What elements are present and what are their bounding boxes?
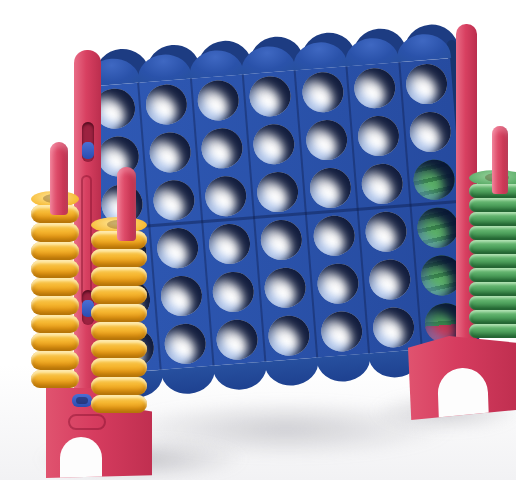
board-hole: [144, 83, 188, 126]
green-disc: [469, 296, 516, 310]
board-hole: [260, 218, 304, 261]
green-disc: [469, 268, 516, 282]
board-hole: [267, 314, 311, 357]
board-cell-r6c2: [158, 318, 212, 370]
board-hole: [320, 310, 364, 353]
green-disc: [469, 254, 516, 268]
board-cell-r5c4: [259, 262, 313, 314]
green-disc-stack[interactable]: [469, 177, 516, 339]
board-hole: [208, 222, 252, 265]
board-hole: [212, 270, 256, 313]
board-hole: [196, 79, 240, 122]
yellow-disc: [31, 223, 79, 241]
board-hole: [215, 318, 259, 361]
green-disc: [469, 212, 516, 226]
board-cell-r4c6: [359, 206, 413, 258]
board-cell-r1c5: [296, 66, 350, 118]
yellow-disc: [91, 340, 147, 358]
yellow-disc: [31, 242, 79, 260]
yellow-disc: [31, 315, 79, 333]
board-cell-r6c3: [210, 314, 264, 366]
board-hole: [200, 127, 244, 170]
board-cell-r2c7: [404, 106, 458, 158]
board-cell-r1c4: [244, 70, 298, 122]
board-cell-r4c5: [307, 210, 361, 262]
board-hole: [148, 131, 192, 174]
yellow-disc: [91, 249, 147, 267]
yellow-disc: [91, 322, 147, 340]
board-hole: [249, 75, 293, 118]
blue-slider-latch: [82, 142, 94, 159]
yellow-disc: [31, 333, 79, 351]
board-cell-r4c2: [151, 222, 205, 274]
board-cell-r6c4: [262, 310, 316, 362]
yellow-disc: [31, 278, 79, 296]
board-hole: [159, 274, 203, 317]
board-hole: [416, 206, 460, 249]
green-disc: [469, 240, 516, 254]
disc-holder-pole: [50, 142, 68, 215]
yellow-disc: [91, 395, 147, 413]
board-cell-r5c6: [363, 254, 417, 306]
board-hole: [312, 214, 356, 257]
blue-clip-latch: [72, 394, 92, 407]
yellow-disc: [91, 267, 147, 285]
board-cell-r1c2: [139, 79, 193, 131]
disc-holder-pole: [492, 126, 508, 194]
board-cell-r6c5: [315, 306, 369, 358]
board-hole: [264, 266, 308, 309]
board-hole: [409, 110, 453, 153]
board-cell-r5c5: [311, 258, 365, 310]
board-hole: [204, 175, 248, 218]
board-cell-r1c6: [348, 62, 402, 114]
board-cell-r3c3: [199, 170, 253, 222]
green-disc: [469, 198, 516, 212]
yellow-disc-stack-left[interactable]: [31, 198, 79, 388]
board-hole: [308, 166, 352, 209]
disc-pile: [31, 205, 79, 388]
board-cell-r1c7: [400, 58, 454, 110]
green-disc: [469, 310, 516, 324]
yellow-disc: [91, 377, 147, 395]
board-hole: [368, 258, 412, 301]
board-cell-r6c6: [367, 302, 421, 354]
foot-recessed-panel: [68, 414, 106, 430]
yellow-disc: [91, 304, 147, 322]
board-cell-r5c2: [154, 270, 208, 322]
board-hole: [252, 123, 296, 166]
disc-pile: [91, 231, 147, 413]
yellow-disc: [31, 351, 79, 369]
scallop-hump: [316, 353, 372, 383]
board-hole: [357, 114, 401, 157]
board-cell-r5c3: [207, 266, 261, 318]
board-cell-r1c3: [192, 75, 246, 127]
board-cell-r3c4: [251, 166, 305, 218]
scallop-hump: [264, 357, 320, 387]
board-hole: [163, 322, 207, 365]
board-hole: [256, 171, 300, 214]
board-cell-r3c5: [303, 162, 357, 214]
board-hole: [152, 179, 196, 222]
board-hole: [301, 71, 345, 114]
board-cell-r2c3: [195, 122, 249, 174]
yellow-disc: [31, 260, 79, 278]
board-hole: [412, 158, 456, 201]
board-cell-r3c6: [355, 158, 409, 210]
yellow-disc-stack-front[interactable]: [91, 224, 147, 414]
foot-arch-cutout: [60, 437, 102, 478]
board-hole: [360, 162, 404, 205]
disc-pile: [469, 184, 516, 338]
board-cell-r3c7: [408, 154, 462, 206]
board-hole: [372, 306, 416, 349]
board-cell-r3c2: [147, 174, 201, 226]
right-foot-base: [408, 336, 516, 420]
floor-shadow: [118, 400, 454, 458]
board-hole: [353, 67, 397, 110]
board-cell-r2c2: [143, 127, 197, 179]
green-disc: [469, 282, 516, 296]
board-hole: [304, 119, 348, 162]
scallop-hump: [161, 366, 217, 396]
board-cell-r4c3: [203, 218, 257, 270]
disc-holder-pole: [117, 167, 136, 241]
yellow-disc: [31, 370, 79, 388]
yellow-disc: [91, 358, 147, 376]
board-hole: [405, 63, 449, 106]
board-hole: [316, 262, 360, 305]
board-cell-r2c6: [352, 110, 406, 162]
board-cell-r4c4: [255, 214, 309, 266]
foot-arch-cutout: [437, 367, 489, 421]
board-hole: [364, 210, 408, 253]
yellow-disc: [91, 286, 147, 304]
scallop-hump: [213, 362, 269, 392]
yellow-disc: [31, 296, 79, 314]
board-cell-r2c4: [247, 118, 301, 170]
product-photo-scene: [0, 0, 516, 480]
board-hole: [156, 227, 200, 270]
green-disc: [469, 324, 516, 338]
green-disc: [469, 226, 516, 240]
board-cell-r2c5: [300, 114, 354, 166]
